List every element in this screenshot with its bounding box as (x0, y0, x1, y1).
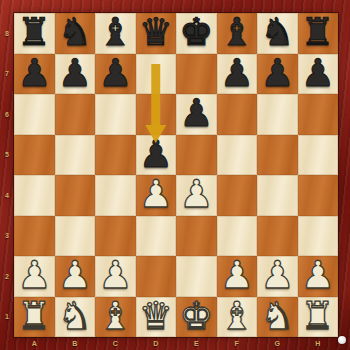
square-e4[interactable]: ♟ (176, 175, 217, 216)
square-e3[interactable] (176, 216, 217, 257)
square-b7[interactable]: ♟ (55, 54, 96, 95)
file-label: B (55, 337, 96, 350)
square-f3[interactable] (217, 216, 258, 257)
piece-white-bishop[interactable]: ♝ (220, 297, 254, 335)
square-b2[interactable]: ♟ (55, 256, 96, 297)
rank-label: 4 (0, 175, 14, 216)
piece-black-pawn[interactable]: ♟ (301, 54, 335, 92)
square-b1[interactable]: ♞ (55, 297, 96, 338)
square-h6[interactable] (298, 94, 339, 135)
piece-white-pawn[interactable]: ♟ (58, 256, 92, 294)
square-e1[interactable]: ♚ (176, 297, 217, 338)
piece-white-rook[interactable]: ♜ (301, 297, 335, 335)
file-label: H (298, 337, 339, 350)
square-c2[interactable]: ♟ (95, 256, 136, 297)
piece-black-pawn[interactable]: ♟ (98, 54, 132, 92)
square-a4[interactable] (14, 175, 55, 216)
square-a8[interactable]: ♜ (14, 13, 55, 54)
chess-board: ♜♞♝♛♚♝♞♜♟♟♟♟♟♟♟♟♟♟♟♟♟♟♟♟♜♞♝♛♚♝♞♜ (14, 13, 338, 337)
square-d3[interactable] (136, 216, 177, 257)
file-label: F (217, 337, 258, 350)
square-c8[interactable]: ♝ (95, 13, 136, 54)
square-b4[interactable] (55, 175, 96, 216)
piece-white-pawn[interactable]: ♟ (301, 256, 335, 294)
square-a1[interactable]: ♜ (14, 297, 55, 338)
square-d1[interactable]: ♛ (136, 297, 177, 338)
square-e7[interactable] (176, 54, 217, 95)
piece-white-pawn[interactable]: ♟ (17, 256, 51, 294)
rank-label: 3 (0, 216, 14, 257)
piece-black-rook[interactable]: ♜ (17, 13, 51, 51)
piece-white-queen[interactable]: ♛ (139, 297, 173, 335)
square-c4[interactable] (95, 175, 136, 216)
square-f1[interactable]: ♝ (217, 297, 258, 338)
piece-black-rook[interactable]: ♜ (301, 13, 335, 51)
square-d4[interactable]: ♟ (136, 175, 177, 216)
square-c1[interactable]: ♝ (95, 297, 136, 338)
piece-white-king[interactable]: ♚ (179, 297, 213, 335)
square-g4[interactable] (257, 175, 298, 216)
piece-black-pawn[interactable]: ♟ (17, 54, 51, 92)
rank-label: 2 (0, 256, 14, 297)
square-g7[interactable]: ♟ (257, 54, 298, 95)
square-e2[interactable] (176, 256, 217, 297)
rank-label: 8 (0, 13, 14, 54)
piece-white-pawn[interactable]: ♟ (179, 175, 213, 213)
piece-white-pawn[interactable]: ♟ (98, 256, 132, 294)
square-a6[interactable] (14, 94, 55, 135)
square-e5[interactable] (176, 135, 217, 176)
square-f7[interactable]: ♟ (217, 54, 258, 95)
rank-label: 6 (0, 94, 14, 135)
file-label: A (14, 337, 55, 350)
square-a7[interactable]: ♟ (14, 54, 55, 95)
square-b8[interactable]: ♞ (55, 13, 96, 54)
square-c3[interactable] (95, 216, 136, 257)
rank-label: 1 (0, 297, 14, 338)
square-h5[interactable] (298, 135, 339, 176)
square-h8[interactable]: ♜ (298, 13, 339, 54)
square-c5[interactable] (95, 135, 136, 176)
square-f4[interactable] (217, 175, 258, 216)
file-label: E (176, 337, 217, 350)
file-label: C (95, 337, 136, 350)
square-b5[interactable] (55, 135, 96, 176)
square-c7[interactable]: ♟ (95, 54, 136, 95)
piece-black-pawn[interactable]: ♟ (220, 54, 254, 92)
white-to-move-indicator (338, 336, 346, 344)
piece-black-knight[interactable]: ♞ (58, 13, 92, 51)
piece-black-king[interactable]: ♚ (179, 13, 213, 51)
square-h3[interactable] (298, 216, 339, 257)
square-g5[interactable] (257, 135, 298, 176)
file-label: D (136, 337, 177, 350)
square-b3[interactable] (55, 216, 96, 257)
square-a2[interactable]: ♟ (14, 256, 55, 297)
square-h2[interactable]: ♟ (298, 256, 339, 297)
piece-black-pawn[interactable]: ♟ (179, 94, 213, 132)
file-coordinates: ABCDEFGH (14, 337, 338, 350)
file-label: G (257, 337, 298, 350)
square-g6[interactable] (257, 94, 298, 135)
square-g1[interactable]: ♞ (257, 297, 298, 338)
square-a5[interactable] (14, 135, 55, 176)
square-b6[interactable] (55, 94, 96, 135)
square-e6[interactable]: ♟ (176, 94, 217, 135)
piece-white-pawn[interactable]: ♟ (220, 256, 254, 294)
square-d5[interactable]: ♟ (136, 135, 177, 176)
square-g3[interactable] (257, 216, 298, 257)
square-d8[interactable]: ♛ (136, 13, 177, 54)
square-h1[interactable]: ♜ (298, 297, 339, 338)
square-f5[interactable] (217, 135, 258, 176)
chess-diagram: ♜♞♝♛♚♝♞♜♟♟♟♟♟♟♟♟♟♟♟♟♟♟♟♟♜♞♝♛♚♝♞♜ 8765432… (0, 0, 350, 350)
piece-black-bishop[interactable]: ♝ (220, 13, 254, 51)
piece-white-pawn[interactable]: ♟ (260, 256, 294, 294)
square-d7[interactable] (136, 54, 177, 95)
square-e8[interactable]: ♚ (176, 13, 217, 54)
square-f2[interactable]: ♟ (217, 256, 258, 297)
piece-black-queen[interactable]: ♛ (139, 13, 173, 51)
piece-black-pawn[interactable]: ♟ (260, 54, 294, 92)
piece-white-knight[interactable]: ♞ (58, 297, 92, 335)
rank-label: 5 (0, 135, 14, 176)
square-d6[interactable] (136, 94, 177, 135)
piece-black-pawn[interactable]: ♟ (58, 54, 92, 92)
piece-white-rook[interactable]: ♜ (17, 297, 51, 335)
square-h4[interactable] (298, 175, 339, 216)
piece-black-knight[interactable]: ♞ (260, 13, 294, 51)
square-g8[interactable]: ♞ (257, 13, 298, 54)
square-f6[interactable] (217, 94, 258, 135)
rank-label: 7 (0, 54, 14, 95)
square-a3[interactable] (14, 216, 55, 257)
piece-black-bishop[interactable]: ♝ (98, 13, 132, 51)
square-f8[interactable]: ♝ (217, 13, 258, 54)
square-g2[interactable]: ♟ (257, 256, 298, 297)
rank-coordinates: 87654321 (0, 13, 14, 337)
square-h7[interactable]: ♟ (298, 54, 339, 95)
piece-black-pawn[interactable]: ♟ (139, 135, 173, 173)
square-d2[interactable] (136, 256, 177, 297)
piece-white-pawn[interactable]: ♟ (139, 175, 173, 213)
piece-white-bishop[interactable]: ♝ (98, 297, 132, 335)
square-c6[interactable] (95, 94, 136, 135)
piece-white-knight[interactable]: ♞ (260, 297, 294, 335)
